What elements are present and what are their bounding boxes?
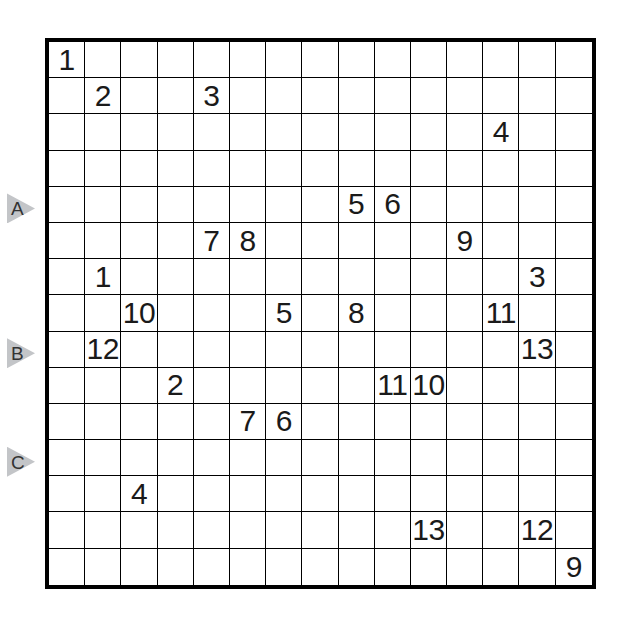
cell-r13c9[interactable]	[339, 476, 375, 512]
cell-r5c5[interactable]	[194, 187, 230, 223]
cell-r11c8[interactable]	[302, 404, 338, 440]
cell-r14c6[interactable]	[230, 512, 266, 548]
cell-r13c12[interactable]	[447, 476, 483, 512]
cell-r14c7[interactable]	[266, 512, 302, 548]
cell-r12c13[interactable]	[483, 440, 519, 476]
cell-r5c12[interactable]	[447, 187, 483, 223]
cell-r1c14[interactable]	[519, 42, 555, 78]
cell-r10c9[interactable]	[339, 368, 375, 404]
cell-r4c12[interactable]	[447, 151, 483, 187]
cell-r15c3[interactable]	[121, 549, 157, 585]
cell-r6c10[interactable]	[375, 223, 411, 259]
cell-r4c3[interactable]	[121, 151, 157, 187]
cell-r13c15[interactable]	[556, 476, 592, 512]
cell-r13c3[interactable]: 4	[121, 476, 157, 512]
cell-r9c1[interactable]	[49, 332, 85, 368]
cell-r9c13[interactable]	[483, 332, 519, 368]
cell-r1c8[interactable]	[302, 42, 338, 78]
cell-r4c2[interactable]	[85, 151, 121, 187]
cell-r9c5[interactable]	[194, 332, 230, 368]
cell-r7c10[interactable]	[375, 259, 411, 295]
cell-r12c5[interactable]	[194, 440, 230, 476]
cell-r6c6[interactable]: 8	[230, 223, 266, 259]
cell-r5c3[interactable]	[121, 187, 157, 223]
cell-r15c1[interactable]	[49, 549, 85, 585]
cell-r4c9[interactable]	[339, 151, 375, 187]
cell-r10c15[interactable]	[556, 368, 592, 404]
cell-r3c8[interactable]	[302, 114, 338, 150]
cell-r1c4[interactable]	[158, 42, 194, 78]
cell-r4c5[interactable]	[194, 151, 230, 187]
cell-r11c5[interactable]	[194, 404, 230, 440]
cell-r12c15[interactable]	[556, 440, 592, 476]
cell-r5c15[interactable]	[556, 187, 592, 223]
cell-r5c10[interactable]: 6	[375, 187, 411, 223]
row-marker-A: A	[7, 193, 35, 223]
cell-r3c4[interactable]	[158, 114, 194, 150]
cell-r12c6[interactable]	[230, 440, 266, 476]
cell-r2c11[interactable]	[411, 78, 447, 114]
cell-r15c6[interactable]	[230, 549, 266, 585]
cell-r2c5[interactable]: 3	[194, 78, 230, 114]
cell-r15c8[interactable]	[302, 549, 338, 585]
cell-r11c7[interactable]: 6	[266, 404, 302, 440]
cell-r7c2[interactable]: 1	[85, 259, 121, 295]
cell-r13c6[interactable]	[230, 476, 266, 512]
cell-r11c14[interactable]	[519, 404, 555, 440]
cell-r3c11[interactable]	[411, 114, 447, 150]
cell-r13c8[interactable]	[302, 476, 338, 512]
cell-r14c1[interactable]	[49, 512, 85, 548]
cell-r12c4[interactable]	[158, 440, 194, 476]
cell-r8c9[interactable]: 8	[339, 295, 375, 331]
cell-r7c11[interactable]	[411, 259, 447, 295]
cell-r9c15[interactable]	[556, 332, 592, 368]
cell-r5c11[interactable]	[411, 187, 447, 223]
cell-r15c9[interactable]	[339, 549, 375, 585]
cell-r8c7[interactable]: 5	[266, 295, 302, 331]
cell-r1c9[interactable]	[339, 42, 375, 78]
cell-r10c5[interactable]	[194, 368, 230, 404]
cell-r10c3[interactable]	[121, 368, 157, 404]
cell-r14c4[interactable]	[158, 512, 194, 548]
cell-r14c8[interactable]	[302, 512, 338, 548]
cell-r11c1[interactable]	[49, 404, 85, 440]
numberlink-board: 1234567891310581112132111076413129	[45, 38, 596, 589]
cell-r12c1[interactable]	[49, 440, 85, 476]
cell-r7c5[interactable]	[194, 259, 230, 295]
cell-r9c4[interactable]	[158, 332, 194, 368]
cell-r8c2[interactable]	[85, 295, 121, 331]
cell-r2c9[interactable]	[339, 78, 375, 114]
cell-r1c5[interactable]	[194, 42, 230, 78]
row-marker-label: C	[11, 452, 25, 471]
cell-r9c2[interactable]: 12	[85, 332, 121, 368]
cell-r9c12[interactable]	[447, 332, 483, 368]
cell-r6c4[interactable]	[158, 223, 194, 259]
cell-r11c4[interactable]	[158, 404, 194, 440]
cell-r10c8[interactable]	[302, 368, 338, 404]
cell-r12c10[interactable]	[375, 440, 411, 476]
cell-r11c10[interactable]	[375, 404, 411, 440]
cell-r14c2[interactable]	[85, 512, 121, 548]
cell-r15c14[interactable]	[519, 549, 555, 585]
cell-r13c10[interactable]	[375, 476, 411, 512]
cell-r2c2[interactable]: 2	[85, 78, 121, 114]
cell-r14c3[interactable]	[121, 512, 157, 548]
cell-r8c8[interactable]	[302, 295, 338, 331]
cell-r5c1[interactable]	[49, 187, 85, 223]
cell-r6c13[interactable]	[483, 223, 519, 259]
cell-r1c11[interactable]	[411, 42, 447, 78]
cell-r5c8[interactable]	[302, 187, 338, 223]
cell-r15c4[interactable]	[158, 549, 194, 585]
cell-r6c3[interactable]	[121, 223, 157, 259]
cell-r6c12[interactable]: 9	[447, 223, 483, 259]
cell-r13c4[interactable]	[158, 476, 194, 512]
cell-r14c15[interactable]	[556, 512, 592, 548]
cell-r10c6[interactable]	[230, 368, 266, 404]
cell-r5c2[interactable]	[85, 187, 121, 223]
cell-r7c14[interactable]: 3	[519, 259, 555, 295]
cell-r7c6[interactable]	[230, 259, 266, 295]
cell-r2c14[interactable]	[519, 78, 555, 114]
cell-r1c12[interactable]	[447, 42, 483, 78]
cell-r8c10[interactable]	[375, 295, 411, 331]
cell-r4c14[interactable]	[519, 151, 555, 187]
cell-r8c4[interactable]	[158, 295, 194, 331]
cell-r12c14[interactable]	[519, 440, 555, 476]
cell-r4c15[interactable]	[556, 151, 592, 187]
cell-r8c12[interactable]	[447, 295, 483, 331]
cell-r4c1[interactable]	[49, 151, 85, 187]
cell-r13c13[interactable]	[483, 476, 519, 512]
cell-r6c5[interactable]: 7	[194, 223, 230, 259]
cell-r12c8[interactable]	[302, 440, 338, 476]
cell-r10c10[interactable]: 11	[375, 368, 411, 404]
cell-r11c12[interactable]	[447, 404, 483, 440]
cell-r1c3[interactable]	[121, 42, 157, 78]
cell-r3c13[interactable]: 4	[483, 114, 519, 150]
cell-r3c3[interactable]	[121, 114, 157, 150]
cell-r6c11[interactable]	[411, 223, 447, 259]
cell-r7c15[interactable]	[556, 259, 592, 295]
cell-r15c7[interactable]	[266, 549, 302, 585]
cell-r1c7[interactable]	[266, 42, 302, 78]
cell-r11c11[interactable]	[411, 404, 447, 440]
cell-r12c9[interactable]	[339, 440, 375, 476]
cell-r10c1[interactable]	[49, 368, 85, 404]
cell-r3c10[interactable]	[375, 114, 411, 150]
cell-r14c9[interactable]	[339, 512, 375, 548]
cell-r8c1[interactable]	[49, 295, 85, 331]
cell-r11c15[interactable]	[556, 404, 592, 440]
cell-r3c7[interactable]	[266, 114, 302, 150]
cell-r3c5[interactable]	[194, 114, 230, 150]
cell-r10c11[interactable]: 10	[411, 368, 447, 404]
cell-r3c1[interactable]	[49, 114, 85, 150]
cell-r6c8[interactable]	[302, 223, 338, 259]
cell-r14c10[interactable]	[375, 512, 411, 548]
cell-r6c2[interactable]	[85, 223, 121, 259]
cell-r1c2[interactable]	[85, 42, 121, 78]
cell-r6c15[interactable]	[556, 223, 592, 259]
cell-r3c6[interactable]	[230, 114, 266, 150]
cell-r8c6[interactable]	[230, 295, 266, 331]
cell-r13c11[interactable]	[411, 476, 447, 512]
cell-r8c14[interactable]	[519, 295, 555, 331]
cell-r6c1[interactable]	[49, 223, 85, 259]
cell-r2c15[interactable]	[556, 78, 592, 114]
cell-r7c3[interactable]	[121, 259, 157, 295]
cell-r10c7[interactable]	[266, 368, 302, 404]
cell-r7c7[interactable]	[266, 259, 302, 295]
cell-r5c14[interactable]	[519, 187, 555, 223]
cell-r9c8[interactable]	[302, 332, 338, 368]
cell-r5c9[interactable]: 5	[339, 187, 375, 223]
cell-r9c14[interactable]: 13	[519, 332, 555, 368]
cell-r12c2[interactable]	[85, 440, 121, 476]
cell-r8c13[interactable]: 11	[483, 295, 519, 331]
cell-r3c15[interactable]	[556, 114, 592, 150]
cell-r10c13[interactable]	[483, 368, 519, 404]
cell-r11c9[interactable]	[339, 404, 375, 440]
cell-r12c11[interactable]	[411, 440, 447, 476]
cell-r1c13[interactable]	[483, 42, 519, 78]
cell-r14c12[interactable]	[447, 512, 483, 548]
cell-r4c11[interactable]	[411, 151, 447, 187]
row-marker-B: B	[7, 338, 35, 368]
cell-r8c11[interactable]	[411, 295, 447, 331]
cell-r1c15[interactable]	[556, 42, 592, 78]
cell-r7c1[interactable]	[49, 259, 85, 295]
cell-r5c7[interactable]	[266, 187, 302, 223]
cell-r4c8[interactable]	[302, 151, 338, 187]
cell-r3c12[interactable]	[447, 114, 483, 150]
cell-r10c2[interactable]	[85, 368, 121, 404]
cell-r6c9[interactable]	[339, 223, 375, 259]
cell-r14c14[interactable]: 12	[519, 512, 555, 548]
cell-r7c4[interactable]	[158, 259, 194, 295]
cell-r3c9[interactable]	[339, 114, 375, 150]
cell-r7c12[interactable]	[447, 259, 483, 295]
cell-r9c10[interactable]	[375, 332, 411, 368]
cell-r11c3[interactable]	[121, 404, 157, 440]
cell-r12c12[interactable]	[447, 440, 483, 476]
cell-r15c5[interactable]	[194, 549, 230, 585]
row-marker-C: C	[7, 447, 35, 477]
cell-r15c13[interactable]	[483, 549, 519, 585]
cell-r12c7[interactable]	[266, 440, 302, 476]
cell-r14c13[interactable]	[483, 512, 519, 548]
cell-r7c13[interactable]	[483, 259, 519, 295]
row-marker-label: A	[11, 199, 24, 218]
cell-r4c6[interactable]	[230, 151, 266, 187]
cell-r9c3[interactable]	[121, 332, 157, 368]
cell-r2c4[interactable]	[158, 78, 194, 114]
cell-r13c7[interactable]	[266, 476, 302, 512]
cell-r8c3[interactable]: 10	[121, 295, 157, 331]
cell-r9c11[interactable]	[411, 332, 447, 368]
cell-r12c3[interactable]	[121, 440, 157, 476]
cell-r2c12[interactable]	[447, 78, 483, 114]
cell-r5c13[interactable]	[483, 187, 519, 223]
cell-r15c2[interactable]	[85, 549, 121, 585]
cell-r5c4[interactable]	[158, 187, 194, 223]
cell-r10c12[interactable]	[447, 368, 483, 404]
cell-r3c2[interactable]	[85, 114, 121, 150]
cell-r1c1[interactable]: 1	[49, 42, 85, 78]
cell-r4c4[interactable]	[158, 151, 194, 187]
cell-r6c7[interactable]	[266, 223, 302, 259]
cell-r2c10[interactable]	[375, 78, 411, 114]
cell-r2c3[interactable]	[121, 78, 157, 114]
cell-r15c10[interactable]	[375, 549, 411, 585]
cell-r7c8[interactable]	[302, 259, 338, 295]
cell-r10c4[interactable]: 2	[158, 368, 194, 404]
cell-r5c6[interactable]	[230, 187, 266, 223]
cell-r2c13[interactable]	[483, 78, 519, 114]
cell-r2c6[interactable]	[230, 78, 266, 114]
cell-r6c14[interactable]	[519, 223, 555, 259]
cell-r4c7[interactable]	[266, 151, 302, 187]
cell-r9c7[interactable]	[266, 332, 302, 368]
cell-r2c1[interactable]	[49, 78, 85, 114]
cell-r10c14[interactable]	[519, 368, 555, 404]
cell-r15c12[interactable]	[447, 549, 483, 585]
cell-r13c1[interactable]	[49, 476, 85, 512]
cell-r4c10[interactable]	[375, 151, 411, 187]
cell-r13c14[interactable]	[519, 476, 555, 512]
cell-r15c11[interactable]	[411, 549, 447, 585]
cell-r1c6[interactable]	[230, 42, 266, 78]
cell-r14c11[interactable]: 13	[411, 512, 447, 548]
cell-r11c2[interactable]	[85, 404, 121, 440]
cell-r2c8[interactable]	[302, 78, 338, 114]
cell-r9c9[interactable]	[339, 332, 375, 368]
cell-r14c5[interactable]	[194, 512, 230, 548]
cell-r8c5[interactable]	[194, 295, 230, 331]
cell-r9c6[interactable]	[230, 332, 266, 368]
cell-r11c13[interactable]	[483, 404, 519, 440]
cell-r2c7[interactable]	[266, 78, 302, 114]
cell-r15c15[interactable]: 9	[556, 549, 592, 585]
cell-r4c13[interactable]	[483, 151, 519, 187]
cell-r7c9[interactable]	[339, 259, 375, 295]
cell-r8c15[interactable]	[556, 295, 592, 331]
cell-r1c10[interactable]	[375, 42, 411, 78]
row-marker-label: B	[11, 344, 24, 363]
cell-r11c6[interactable]: 7	[230, 404, 266, 440]
cell-r13c5[interactable]	[194, 476, 230, 512]
cell-r3c14[interactable]	[519, 114, 555, 150]
cell-r13c2[interactable]	[85, 476, 121, 512]
